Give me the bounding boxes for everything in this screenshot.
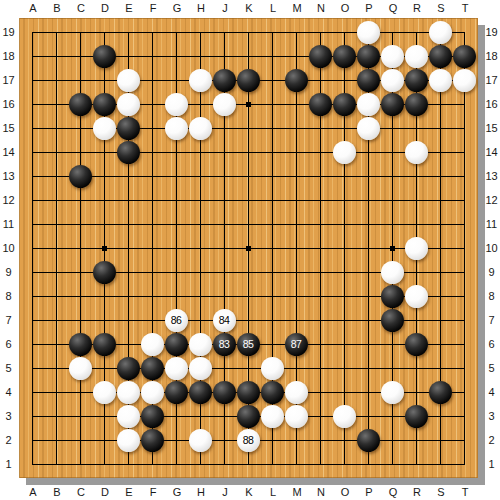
coord-label: 14 [0, 140, 17, 164]
coord-label: 19 [0, 20, 17, 44]
coord-label: 6 [0, 332, 17, 356]
coord-label: O [333, 0, 357, 16]
stone-white-h17[interactable] [189, 69, 212, 92]
stone-white-g15[interactable] [165, 117, 188, 140]
stone-white-r14[interactable] [405, 141, 428, 164]
stone-black-p17[interactable] [357, 69, 380, 92]
stone-black-o16[interactable] [333, 93, 356, 116]
stone-black-p2[interactable] [357, 429, 380, 452]
stone-black-e14[interactable] [117, 141, 140, 164]
coord-label: H [189, 484, 213, 500]
coord-label: D [93, 0, 117, 16]
stone-black-f5[interactable] [141, 357, 164, 380]
stone-white-t17[interactable] [453, 69, 476, 92]
coord-label: 8 [483, 284, 500, 308]
coord-label: 17 [483, 68, 500, 92]
coord-label: G [165, 0, 189, 16]
coord-label: 7 [483, 308, 500, 332]
coord-label: 1 [0, 452, 17, 476]
coord-label: 9 [0, 260, 17, 284]
go-board[interactable]: 868483858788 [19, 18, 478, 478]
stone-white-s17[interactable] [429, 69, 452, 92]
move-number: 85 [243, 339, 254, 350]
stone-black-f2[interactable] [141, 429, 164, 452]
stone-white-d15[interactable] [93, 117, 116, 140]
stone-white-p19[interactable] [357, 21, 380, 44]
stone-white-f6[interactable] [141, 333, 164, 356]
stone-white-q17[interactable] [381, 69, 404, 92]
coord-label: 4 [483, 380, 500, 404]
stone-white-p15[interactable] [357, 117, 380, 140]
stone-black-r6[interactable] [405, 333, 428, 356]
coord-label: 2 [483, 428, 500, 452]
stone-black-k17[interactable] [237, 69, 260, 92]
coord-label: L [261, 0, 285, 16]
coord-label: B [45, 0, 69, 16]
stone-white-h2[interactable] [189, 429, 212, 452]
coord-label: 14 [483, 140, 500, 164]
move-number: 86 [171, 315, 182, 326]
stone-white-m3[interactable] [285, 405, 308, 428]
stone-black-q8[interactable] [381, 285, 404, 308]
coord-label: B [45, 484, 69, 500]
coord-label: M [285, 484, 309, 500]
coord-label: 17 [0, 68, 17, 92]
coord-label: R [405, 484, 429, 500]
coord-label: 3 [483, 404, 500, 428]
stone-black-m6[interactable]: 87 [285, 333, 308, 356]
stone-black-k3[interactable] [237, 405, 260, 428]
coord-label: 5 [483, 356, 500, 380]
stone-black-l4[interactable] [261, 381, 284, 404]
coord-label: 2 [0, 428, 17, 452]
coord-label: 16 [0, 92, 17, 116]
stone-black-q7[interactable] [381, 309, 404, 332]
move-number: 84 [219, 315, 230, 326]
coord-label: E [117, 0, 141, 16]
coord-label: H [189, 0, 213, 16]
stone-white-e16[interactable] [117, 93, 140, 116]
stone-black-c6[interactable] [69, 333, 92, 356]
stone-white-f4[interactable] [141, 381, 164, 404]
coord-label: J [213, 484, 237, 500]
coord-label: S [429, 0, 453, 16]
stone-white-o3[interactable] [333, 405, 356, 428]
coord-label: E [117, 484, 141, 500]
coord-label: 1 [483, 452, 500, 476]
coord-label: 3 [0, 404, 17, 428]
stone-black-n18[interactable] [309, 45, 332, 68]
stone-black-r16[interactable] [405, 93, 428, 116]
stone-black-j6[interactable]: 83 [213, 333, 236, 356]
stone-black-n16[interactable] [309, 93, 332, 116]
coord-label: N [309, 0, 333, 16]
stone-white-c5[interactable] [69, 357, 92, 380]
row-labels-left: 19181716151413121110987654321 [0, 20, 17, 476]
stone-black-e5[interactable] [117, 357, 140, 380]
coord-label: 15 [483, 116, 500, 140]
coord-label: 16 [483, 92, 500, 116]
stone-black-k4[interactable] [237, 381, 260, 404]
stone-black-t18[interactable] [453, 45, 476, 68]
stone-white-e4[interactable] [117, 381, 140, 404]
stone-white-s19[interactable] [429, 21, 452, 44]
coord-label: 19 [483, 20, 500, 44]
stone-black-d18[interactable] [93, 45, 116, 68]
column-labels-bottom: ABCDEFGHJKLMNOPQRST [21, 484, 477, 500]
coord-label: 15 [0, 116, 17, 140]
coord-label: P [357, 484, 381, 500]
coord-label: T [453, 484, 477, 500]
stone-white-p16[interactable] [357, 93, 380, 116]
coord-label: K [237, 0, 261, 16]
stone-black-e15[interactable] [117, 117, 140, 140]
stone-black-r3[interactable] [405, 405, 428, 428]
coord-label: 6 [483, 332, 500, 356]
stone-white-k2[interactable]: 88 [237, 429, 260, 452]
coord-label: L [261, 484, 285, 500]
coord-label: 10 [483, 236, 500, 260]
move-number: 88 [243, 435, 254, 446]
stone-white-m4[interactable] [285, 381, 308, 404]
coord-label: F [141, 484, 165, 500]
coord-label: Q [381, 484, 405, 500]
stone-black-r17[interactable] [405, 69, 428, 92]
stone-white-q9[interactable] [381, 261, 404, 284]
coord-label: 18 [483, 44, 500, 68]
stone-black-k6[interactable]: 85 [237, 333, 260, 356]
coord-label: Q [381, 0, 405, 16]
stone-black-g4[interactable] [165, 381, 188, 404]
coord-label: C [69, 484, 93, 500]
coord-label: M [285, 0, 309, 16]
coord-label: 9 [483, 260, 500, 284]
coord-label: 5 [0, 356, 17, 380]
stone-white-j16[interactable] [213, 93, 236, 116]
coord-label: 7 [0, 308, 17, 332]
stone-white-q18[interactable] [381, 45, 404, 68]
stone-white-l3[interactable] [261, 405, 284, 428]
stone-black-s4[interactable] [429, 381, 452, 404]
stone-black-p18[interactable] [357, 45, 380, 68]
stone-white-g16[interactable] [165, 93, 188, 116]
stone-white-r10[interactable] [405, 237, 428, 260]
stone-white-q4[interactable] [381, 381, 404, 404]
stone-black-j4[interactable] [213, 381, 236, 404]
coord-label: D [93, 484, 117, 500]
stone-white-r8[interactable] [405, 285, 428, 308]
stone-black-f3[interactable] [141, 405, 164, 428]
stone-black-d6[interactable] [93, 333, 116, 356]
coord-label: 12 [483, 188, 500, 212]
stone-black-d16[interactable] [93, 93, 116, 116]
stone-black-c13[interactable] [69, 165, 92, 188]
coord-label: 4 [0, 380, 17, 404]
stone-white-g7[interactable]: 86 [165, 309, 188, 332]
row-labels-right: 19181716151413121110987654321 [483, 20, 500, 476]
coord-label: G [165, 484, 189, 500]
stone-black-o18[interactable] [333, 45, 356, 68]
coord-label: A [21, 0, 45, 16]
stone-white-l5[interactable] [261, 357, 284, 380]
stone-white-h15[interactable] [189, 117, 212, 140]
coord-label: J [213, 0, 237, 16]
stone-white-d4[interactable] [93, 381, 116, 404]
coord-label: N [309, 484, 333, 500]
stone-white-h6[interactable] [189, 333, 212, 356]
move-number: 83 [219, 339, 230, 350]
coord-label: 13 [483, 164, 500, 188]
stone-white-e2[interactable] [117, 429, 140, 452]
coord-label: T [453, 0, 477, 16]
stones-layer: 868483858788 [20, 20, 476, 476]
coord-label: K [237, 484, 261, 500]
stone-white-r18[interactable] [405, 45, 428, 68]
stone-black-h4[interactable] [189, 381, 212, 404]
coord-label: 13 [0, 164, 17, 188]
coord-label: 12 [0, 188, 17, 212]
stone-white-g5[interactable] [165, 357, 188, 380]
stone-black-d9[interactable] [93, 261, 116, 284]
coord-label: R [405, 0, 429, 16]
coord-label: 10 [0, 236, 17, 260]
coord-label: O [333, 484, 357, 500]
coord-label: C [69, 0, 93, 16]
stone-black-j17[interactable] [213, 69, 236, 92]
coord-label: A [21, 484, 45, 500]
stone-white-e17[interactable] [117, 69, 140, 92]
stone-black-g6[interactable] [165, 333, 188, 356]
coord-label: S [429, 484, 453, 500]
coord-label: 8 [0, 284, 17, 308]
coord-label: F [141, 0, 165, 16]
coord-label: 11 [0, 212, 17, 236]
stone-black-s18[interactable] [429, 45, 452, 68]
stone-black-q16[interactable] [381, 93, 404, 116]
stone-white-o14[interactable] [333, 141, 356, 164]
coord-label: 18 [0, 44, 17, 68]
stone-black-c16[interactable] [69, 93, 92, 116]
stone-white-h5[interactable] [189, 357, 212, 380]
stone-white-e3[interactable] [117, 405, 140, 428]
move-number: 87 [291, 339, 302, 350]
coord-label: 11 [483, 212, 500, 236]
column-labels-top: ABCDEFGHJKLMNOPQRST [21, 0, 477, 16]
coord-label: P [357, 0, 381, 16]
stone-black-m17[interactable] [285, 69, 308, 92]
stone-white-j7[interactable]: 84 [213, 309, 236, 332]
